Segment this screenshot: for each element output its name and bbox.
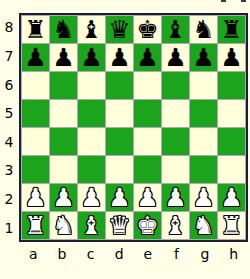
square-d1[interactable]: ♛: [106, 212, 133, 239]
piece-black-bishop[interactable]: ♝: [80, 16, 102, 43]
piece-black-rook[interactable]: ♜: [220, 16, 242, 43]
square-g4[interactable]: [190, 128, 217, 155]
piece-white-pawn[interactable]: ♟: [164, 184, 186, 211]
chess-board-panel: 87654321 ♜♞♝♛♚♝♞♜♟♟♟♟♟♟♟♟♟♟♟♟♟♟♟♟♜♞♝♛♚♝♞…: [0, 0, 250, 279]
square-h5[interactable]: [218, 100, 245, 127]
piece-white-pawn[interactable]: ♟: [220, 184, 242, 211]
piece-black-knight[interactable]: ♞: [52, 16, 74, 43]
file-labels: abcdefgh: [19, 244, 248, 264]
square-a7[interactable]: ♟: [22, 44, 49, 71]
piece-black-bishop[interactable]: ♝: [164, 16, 186, 43]
piece-black-pawn[interactable]: ♟: [80, 44, 102, 71]
piece-white-pawn[interactable]: ♟: [52, 184, 74, 211]
square-c2[interactable]: ♟: [78, 184, 105, 211]
file-label-a: a: [19, 244, 48, 264]
square-b2[interactable]: ♟: [50, 184, 77, 211]
piece-white-pawn[interactable]: ♟: [192, 184, 214, 211]
square-e5[interactable]: [134, 100, 161, 127]
square-d2[interactable]: ♟: [106, 184, 133, 211]
square-b6[interactable]: [50, 72, 77, 99]
square-g6[interactable]: [190, 72, 217, 99]
square-g5[interactable]: [190, 100, 217, 127]
square-h6[interactable]: [218, 72, 245, 99]
rank-label-7: 7: [0, 42, 18, 71]
square-h1[interactable]: ♜: [218, 212, 245, 239]
rank-label-6: 6: [0, 70, 18, 99]
square-f3[interactable]: [162, 156, 189, 183]
file-label-e: e: [134, 244, 163, 264]
square-c1[interactable]: ♝: [78, 212, 105, 239]
square-f2[interactable]: ♟: [162, 184, 189, 211]
rank-label-5: 5: [0, 99, 18, 128]
file-label-h: h: [219, 244, 248, 264]
square-g8[interactable]: ♞: [190, 16, 217, 43]
square-h8[interactable]: ♜: [218, 16, 245, 43]
piece-white-knight[interactable]: ♞: [192, 212, 214, 239]
square-d5[interactable]: [106, 100, 133, 127]
rank-label-8: 8: [0, 13, 18, 42]
square-d8[interactable]: ♛: [106, 16, 133, 43]
square-f5[interactable]: [162, 100, 189, 127]
file-label-f: f: [162, 244, 191, 264]
square-f4[interactable]: [162, 128, 189, 155]
rank-label-3: 3: [0, 156, 18, 185]
rank-label-4: 4: [0, 128, 18, 157]
square-g7[interactable]: ♟: [190, 44, 217, 71]
piece-black-pawn[interactable]: ♟: [220, 44, 242, 71]
piece-white-knight[interactable]: ♞: [52, 212, 74, 239]
square-e3[interactable]: [134, 156, 161, 183]
square-d3[interactable]: [106, 156, 133, 183]
piece-white-bishop[interactable]: ♝: [80, 212, 102, 239]
square-a2[interactable]: ♟: [22, 184, 49, 211]
square-h3[interactable]: [218, 156, 245, 183]
square-c5[interactable]: [78, 100, 105, 127]
square-f1[interactable]: ♝: [162, 212, 189, 239]
square-e2[interactable]: ♟: [134, 184, 161, 211]
square-e4[interactable]: [134, 128, 161, 155]
square-e8[interactable]: ♚: [134, 16, 161, 43]
piece-black-queen[interactable]: ♛: [108, 16, 130, 43]
square-f6[interactable]: [162, 72, 189, 99]
square-a5[interactable]: [22, 100, 49, 127]
piece-black-knight[interactable]: ♞: [192, 16, 214, 43]
rank-label-2: 2: [0, 185, 18, 214]
square-h7[interactable]: ♟: [218, 44, 245, 71]
piece-white-pawn[interactable]: ♟: [80, 184, 102, 211]
square-d6[interactable]: [106, 72, 133, 99]
square-b3[interactable]: [50, 156, 77, 183]
file-label-g: g: [191, 244, 220, 264]
square-d4[interactable]: [106, 128, 133, 155]
square-a3[interactable]: [22, 156, 49, 183]
piece-white-bishop[interactable]: ♝: [164, 212, 186, 239]
piece-black-pawn[interactable]: ♟: [164, 44, 186, 71]
square-a1[interactable]: ♜: [22, 212, 49, 239]
square-a8[interactable]: ♜: [22, 16, 49, 43]
file-label-b: b: [48, 244, 77, 264]
square-h2[interactable]: ♟: [218, 184, 245, 211]
piece-black-rook[interactable]: ♜: [24, 16, 46, 43]
piece-white-pawn[interactable]: ♟: [24, 184, 46, 211]
piece-white-pawn[interactable]: ♟: [108, 184, 130, 211]
file-label-c: c: [76, 244, 105, 264]
square-g3[interactable]: [190, 156, 217, 183]
square-b1[interactable]: ♞: [50, 212, 77, 239]
piece-white-queen[interactable]: ♛: [108, 212, 130, 239]
square-d7[interactable]: ♟: [106, 44, 133, 71]
piece-white-king[interactable]: ♚: [136, 212, 158, 239]
piece-black-king[interactable]: ♚: [136, 16, 158, 43]
square-b5[interactable]: [50, 100, 77, 127]
square-f8[interactable]: ♝: [162, 16, 189, 43]
square-a6[interactable]: [22, 72, 49, 99]
piece-black-pawn[interactable]: ♟: [136, 44, 158, 71]
square-h4[interactable]: [218, 128, 245, 155]
square-b8[interactable]: ♞: [50, 16, 77, 43]
piece-white-pawn[interactable]: ♟: [136, 184, 158, 211]
square-e1[interactable]: ♚: [134, 212, 161, 239]
square-c3[interactable]: [78, 156, 105, 183]
square-c4[interactable]: [78, 128, 105, 155]
square-f7[interactable]: ♟: [162, 44, 189, 71]
file-label-d: d: [105, 244, 134, 264]
piece-white-rook[interactable]: ♜: [24, 212, 46, 239]
square-b4[interactable]: [50, 128, 77, 155]
square-b7[interactable]: ♟: [50, 44, 77, 71]
square-c8[interactable]: ♝: [78, 16, 105, 43]
rank-label-1: 1: [0, 213, 18, 242]
square-e7[interactable]: ♟: [134, 44, 161, 71]
cropped-ui-fragment: [221, 0, 226, 2]
rank-labels: 87654321: [0, 13, 18, 242]
square-g1[interactable]: ♞: [190, 212, 217, 239]
square-c6[interactable]: [78, 72, 105, 99]
piece-black-pawn[interactable]: ♟: [108, 44, 130, 71]
square-g2[interactable]: ♟: [190, 184, 217, 211]
chess-board[interactable]: ♜♞♝♛♚♝♞♜♟♟♟♟♟♟♟♟♟♟♟♟♟♟♟♟♜♞♝♛♚♝♞♜: [19, 13, 248, 242]
piece-white-rook[interactable]: ♜: [220, 212, 242, 239]
cropped-ui-fragment: [241, 0, 246, 2]
piece-black-pawn[interactable]: ♟: [24, 44, 46, 71]
square-a4[interactable]: [22, 128, 49, 155]
square-e6[interactable]: [134, 72, 161, 99]
piece-black-pawn[interactable]: ♟: [192, 44, 214, 71]
piece-black-pawn[interactable]: ♟: [52, 44, 74, 71]
square-c7[interactable]: ♟: [78, 44, 105, 71]
